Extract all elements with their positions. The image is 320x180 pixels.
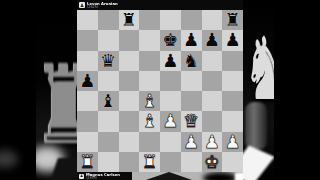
white-bishop-d3[interactable]: ♝ (142, 112, 158, 130)
square-g2[interactable]: ♟ (202, 132, 223, 152)
square-b7[interactable] (98, 30, 119, 50)
square-a3[interactable] (77, 111, 98, 131)
black-pawn-h7[interactable]: ♟ (225, 31, 241, 49)
white-pawn-f2[interactable]: ♟ (183, 132, 199, 150)
square-c3[interactable] (119, 111, 140, 131)
corner-haze (0, 150, 18, 168)
square-g4[interactable] (202, 91, 223, 111)
black-rook-c8[interactable]: ♜ (121, 11, 137, 29)
chess-app-window: ♟ Levon Aronian (2625) ♜♜♚♟♟♟♛♟♞♟♝♝♝♟♛♟♟… (77, 0, 243, 180)
square-d4[interactable]: ♝ (139, 91, 160, 111)
top-player-avatar: ♟ (79, 2, 85, 8)
white-bishop-d4[interactable]: ♝ (142, 92, 158, 110)
square-h7[interactable]: ♟ (222, 30, 243, 50)
square-d6[interactable] (139, 51, 160, 71)
square-a8[interactable] (77, 10, 98, 30)
knight-base (245, 102, 267, 150)
square-g7[interactable]: ♟ (202, 30, 223, 50)
square-d3[interactable]: ♝ (139, 111, 160, 131)
square-f7[interactable]: ♟ (181, 30, 202, 50)
square-h2[interactable]: ♟ (222, 132, 243, 152)
square-h3[interactable] (222, 111, 243, 131)
bottom-player-nameblock: Magnus Carlsen (2839) (86, 172, 120, 179)
square-h1[interactable] (222, 152, 243, 172)
square-b5[interactable] (98, 71, 119, 91)
black-rook-h8[interactable]: ♜ (225, 11, 241, 29)
square-e6[interactable]: ♟ (160, 51, 181, 71)
square-h5[interactable] (222, 71, 243, 91)
black-knight-f6[interactable]: ♞ (183, 51, 199, 69)
black-bishop-b4[interactable]: ♝ (100, 92, 116, 110)
rook-photo-icon: ♜ (36, 52, 78, 160)
square-c5[interactable] (119, 71, 140, 91)
white-queen-f3[interactable]: ♛ (183, 112, 199, 130)
square-a5[interactable]: ♟ (77, 71, 98, 91)
square-g3[interactable] (202, 111, 223, 131)
square-b8[interactable] (98, 10, 119, 30)
white-rook-a1[interactable]: ♜ (79, 152, 95, 170)
white-rook-d1[interactable]: ♜ (142, 152, 158, 170)
square-f6[interactable]: ♞ (181, 51, 202, 71)
square-f3[interactable]: ♛ (181, 111, 202, 131)
square-f2[interactable]: ♟ (181, 132, 202, 152)
square-h6[interactable] (222, 51, 243, 71)
square-a2[interactable] (77, 132, 98, 152)
square-b4[interactable]: ♝ (98, 91, 119, 111)
square-a7[interactable] (77, 30, 98, 50)
background-photo-left: ♜ (36, 0, 78, 180)
square-c4[interactable] (119, 91, 140, 111)
square-b3[interactable] (98, 111, 119, 131)
floor-bright-square (243, 145, 274, 180)
top-player-bar: ♟ Levon Aronian (2625) (77, 0, 243, 10)
white-pawn-e3[interactable]: ♟ (162, 112, 178, 130)
background-photo-right: ♞ (243, 0, 274, 180)
white-king-g1[interactable]: ♚ (204, 152, 220, 170)
white-pawn-g2[interactable]: ♟ (204, 132, 220, 150)
square-d8[interactable] (139, 10, 160, 30)
square-g8[interactable] (202, 10, 223, 30)
square-a4[interactable] (77, 91, 98, 111)
square-c6[interactable] (119, 51, 140, 71)
chess-board[interactable]: ♜♜♚♟♟♟♛♟♞♟♝♝♝♟♛♟♟♟♜♜♚ (77, 10, 243, 172)
square-b2[interactable] (98, 132, 119, 152)
square-e8[interactable] (160, 10, 181, 30)
square-c2[interactable] (119, 132, 140, 152)
bottom-player-avatar: ♟ (79, 174, 84, 179)
square-a1[interactable]: ♜ (77, 152, 98, 172)
square-e4[interactable] (160, 91, 181, 111)
square-h8[interactable]: ♜ (222, 10, 243, 30)
square-d1[interactable]: ♜ (139, 152, 160, 172)
square-f1[interactable] (181, 152, 202, 172)
square-f8[interactable] (181, 10, 202, 30)
square-b6[interactable]: ♛ (98, 51, 119, 71)
black-pawn-a5[interactable]: ♟ (79, 71, 95, 89)
square-c1[interactable] (119, 152, 140, 172)
square-d7[interactable] (139, 30, 160, 50)
bottom-player-bar: ♟ Magnus Carlsen (2839) (77, 172, 132, 180)
white-pawn-h2[interactable]: ♟ (225, 132, 241, 150)
square-c7[interactable] (119, 30, 140, 50)
square-d2[interactable] (139, 132, 160, 152)
black-pawn-e6[interactable]: ♟ (162, 51, 178, 69)
square-e3[interactable]: ♟ (160, 111, 181, 131)
top-player-nameblock: Levon Aronian (2625) (87, 1, 118, 8)
knight-photo-icon: ♞ (244, 26, 274, 112)
black-pawn-g7[interactable]: ♟ (204, 31, 220, 49)
square-b1[interactable] (98, 152, 119, 172)
video-frame: ♜ ♞ ♟ Levon Aronian (2625) ♜♜♚♟♟♟♛♟♞♟♝♝♝… (0, 0, 320, 180)
square-e5[interactable] (160, 71, 181, 91)
square-a6[interactable] (77, 51, 98, 71)
black-king-e7[interactable]: ♚ (162, 31, 178, 49)
square-e2[interactable] (160, 132, 181, 152)
square-f4[interactable] (181, 91, 202, 111)
square-d5[interactable] (139, 71, 160, 91)
square-f5[interactable] (181, 71, 202, 91)
square-e7[interactable]: ♚ (160, 30, 181, 50)
square-g6[interactable] (202, 51, 223, 71)
square-g1[interactable]: ♚ (202, 152, 223, 172)
black-queen-b6[interactable]: ♛ (100, 51, 116, 69)
black-pawn-f7[interactable]: ♟ (183, 31, 199, 49)
square-e1[interactable] (160, 152, 181, 172)
square-h4[interactable] (222, 91, 243, 111)
square-g5[interactable] (202, 71, 223, 91)
square-c8[interactable]: ♜ (119, 10, 140, 30)
